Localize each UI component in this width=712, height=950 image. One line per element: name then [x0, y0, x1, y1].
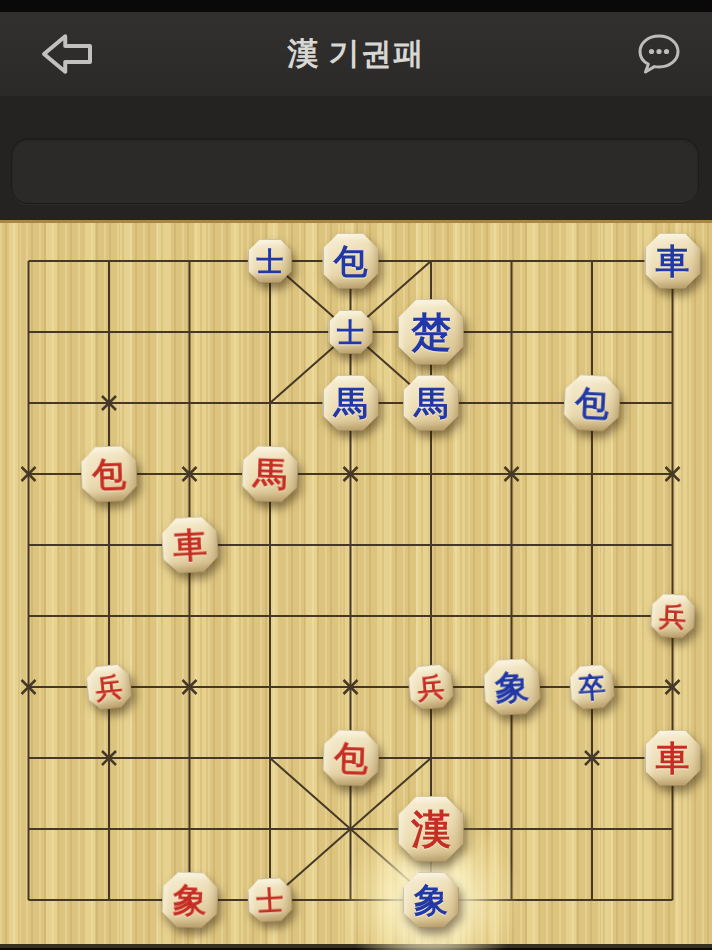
- piece-glyph-horse: 馬: [252, 456, 287, 491]
- piece-han-red-soldier-f7[interactable]: 兵: [406, 662, 456, 712]
- piece-glyph-horse: 馬: [334, 386, 368, 420]
- piece-stone: 士: [246, 876, 294, 924]
- piece-stone: 馬: [322, 374, 380, 432]
- piece-han-red-chariot-c5[interactable]: 車: [159, 515, 220, 576]
- page-title: 漢 기권패: [287, 33, 425, 75]
- piece-glyph-general: 漢: [411, 809, 451, 849]
- piece-han-red-chariot-i8[interactable]: 車: [644, 729, 702, 787]
- piece-glyph-elephant: 象: [414, 883, 448, 917]
- piece-stone: 楚: [397, 298, 465, 366]
- piece-stone: 兵: [84, 662, 135, 713]
- piece-glyph-soldier: 卒: [578, 673, 607, 702]
- piece-han-red-soldier-i6[interactable]: 兵: [648, 592, 696, 640]
- piece-glyph-chariot: 車: [172, 527, 208, 563]
- piece-han-red-horse-d4[interactable]: 馬: [240, 444, 300, 504]
- piece-cho-blue-elephant-g7[interactable]: 象: [481, 657, 542, 718]
- chat-button[interactable]: [624, 12, 694, 96]
- piece-glyph-cannon: 包: [334, 244, 368, 278]
- piece-stone: 士: [328, 309, 374, 355]
- piece-stone: 象: [160, 870, 220, 930]
- piece-cho-blue-elephant-f10[interactable]: 象: [402, 871, 460, 929]
- piece-glyph-guard: 士: [257, 248, 284, 275]
- piece-cho-blue-horse-f3[interactable]: 馬: [402, 374, 460, 432]
- title-bar: 漢 기권패: [0, 12, 712, 97]
- piece-stone: 象: [402, 871, 460, 929]
- piece-glyph-cannon: 包: [333, 740, 368, 775]
- piece-stone: 車: [159, 515, 220, 576]
- piece-glyph-cannon: 包: [91, 456, 126, 491]
- piece-cho-blue-cannon-e1[interactable]: 包: [322, 232, 380, 290]
- piece-glyph-horse: 馬: [414, 386, 448, 420]
- piece-glyph-general: 楚: [411, 312, 451, 352]
- piece-stone: 包: [322, 232, 380, 290]
- piece-han-red-general-f9[interactable]: 漢: [397, 795, 465, 863]
- piece-stone: 兵: [406, 662, 456, 712]
- chat-bubble-icon: [636, 32, 682, 76]
- piece-glyph-guard: 士: [256, 886, 284, 914]
- piece-glyph-guard: 士: [337, 319, 364, 346]
- piece-stone: 包: [321, 728, 381, 788]
- piece-han-red-cannon-e8[interactable]: 包: [321, 728, 381, 788]
- piece-glyph-soldier: 兵: [94, 672, 124, 702]
- piece-stone: 兵: [648, 592, 696, 640]
- piece-stone: 包: [562, 373, 623, 434]
- piece-stone: 士: [247, 238, 293, 284]
- message-panel: [0, 96, 712, 220]
- piece-han-red-soldier-b7[interactable]: 兵: [84, 662, 135, 713]
- piece-cho-blue-guard-d1[interactable]: 士: [247, 238, 293, 284]
- janggi-board[interactable]: 士包車士楚馬馬包包馬車兵兵兵象卒包車漢象士象: [0, 220, 712, 948]
- piece-cho-blue-guard-e2[interactable]: 士: [328, 309, 374, 355]
- piece-glyph-chariot: 車: [656, 741, 690, 775]
- piece-glyph-chariot: 車: [656, 244, 690, 278]
- piece-stone: 象: [481, 657, 542, 718]
- back-arrow-icon: [35, 31, 99, 77]
- piece-stone: 車: [644, 232, 702, 290]
- piece-glyph-elephant: 象: [172, 882, 207, 917]
- piece-stone: 漢: [397, 795, 465, 863]
- piece-glyph-cannon: 包: [574, 385, 610, 421]
- piece-glyph-soldier: 兵: [416, 672, 445, 701]
- message-input[interactable]: [11, 138, 699, 204]
- piece-cho-blue-horse-e3[interactable]: 馬: [322, 374, 380, 432]
- piece-cho-blue-cannon-h3[interactable]: 包: [562, 373, 623, 434]
- piece-glyph-soldier: 兵: [658, 602, 686, 630]
- piece-han-red-cannon-b4[interactable]: 包: [79, 444, 139, 504]
- piece-cho-blue-general-f2[interactable]: 楚: [397, 298, 465, 366]
- piece-han-red-guard-d10[interactable]: 士: [246, 876, 294, 924]
- piece-stone: 車: [644, 729, 702, 787]
- piece-stone: 馬: [240, 444, 300, 504]
- back-button[interactable]: [22, 12, 112, 96]
- piece-cho-blue-chariot-i1[interactable]: 車: [644, 232, 702, 290]
- piece-stone: 馬: [402, 374, 460, 432]
- piece-cho-blue-soldier-h7[interactable]: 卒: [567, 662, 616, 711]
- piece-stone: 卒: [567, 662, 616, 711]
- piece-glyph-elephant: 象: [494, 669, 530, 705]
- piece-han-red-elephant-c10[interactable]: 象: [160, 870, 220, 930]
- piece-stone: 包: [79, 444, 139, 504]
- status-bar: [0, 0, 712, 12]
